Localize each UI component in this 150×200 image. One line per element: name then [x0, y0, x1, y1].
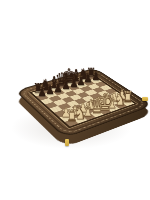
brass-latch-right — [142, 97, 148, 101]
board-square — [59, 114, 73, 121]
board-square — [65, 119, 79, 127]
board-square — [41, 98, 54, 105]
board-square — [71, 105, 84, 112]
board-square — [115, 96, 128, 102]
board-square — [106, 105, 119, 112]
brass-latch-front — [65, 139, 69, 146]
chess-set-photo[interactable]: ♜♞♝♛♚♝♞♜♟♟♟♟♟♟♟♟♟♟♟♟♟♟♟♟♜♞♝♛♚♝♞♜ — [0, 0, 150, 200]
board-square — [63, 107, 76, 114]
board-square — [68, 111, 82, 118]
board-square — [100, 101, 113, 108]
board-square — [58, 103, 71, 110]
board-square — [98, 107, 112, 114]
board-square — [87, 99, 100, 106]
board-square — [76, 109, 90, 116]
board-square — [45, 102, 58, 109]
board-square — [50, 106, 63, 113]
board-square — [66, 101, 79, 108]
board-square — [53, 99, 66, 106]
board-square — [54, 110, 67, 117]
board-square — [121, 100, 134, 107]
board-square — [90, 110, 104, 117]
board-square — [73, 116, 87, 124]
board-square — [82, 113, 96, 120]
board-square — [108, 98, 121, 105]
board-square — [74, 98, 87, 105]
board-square — [92, 103, 105, 110]
board-square — [84, 106, 97, 113]
board-square — [113, 102, 126, 109]
board-square — [79, 102, 92, 109]
